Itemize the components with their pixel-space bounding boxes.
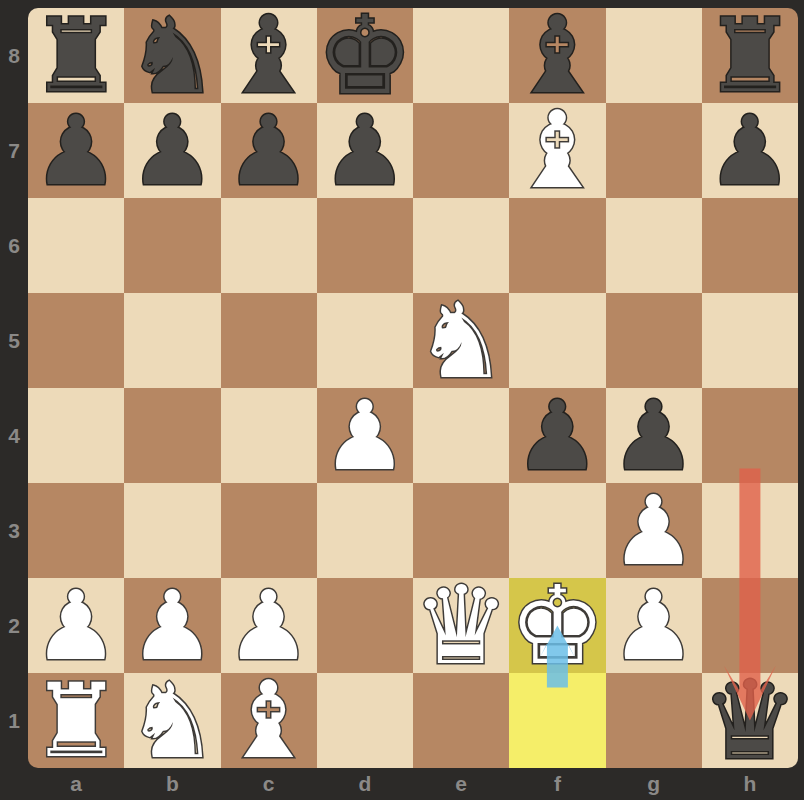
square-c6[interactable] xyxy=(221,198,317,293)
rank-label-2: 2 xyxy=(0,578,28,673)
square-b8[interactable]: ♞ xyxy=(124,8,220,103)
square-e8[interactable] xyxy=(413,8,509,103)
rank-label-8: 8 xyxy=(0,8,28,103)
square-g2[interactable]: ♟ xyxy=(606,578,702,673)
file-label-a: a xyxy=(28,768,124,800)
square-b6[interactable] xyxy=(124,198,220,293)
square-c8[interactable]: ♝ xyxy=(221,8,317,103)
file-label-e: e xyxy=(413,768,509,800)
board-wrap: ♜♞♝♚♝♜♟♟♟♟♝♟♞♟♟♟♟♟♟♟♛♚♟♜♞♝♛ xyxy=(28,8,798,768)
square-c1[interactable]: ♝ xyxy=(221,673,317,768)
square-a8[interactable]: ♜ xyxy=(28,8,124,103)
rank-label-4: 4 xyxy=(0,388,28,483)
piece-black-pawn[interactable]: ♟ xyxy=(509,388,605,483)
square-e6[interactable] xyxy=(413,198,509,293)
rank-label-1: 1 xyxy=(0,673,28,768)
piece-white-pawn[interactable]: ♟ xyxy=(317,388,413,483)
square-a3[interactable] xyxy=(28,483,124,578)
piece-black-pawn[interactable]: ♟ xyxy=(606,388,702,483)
square-g8[interactable] xyxy=(606,8,702,103)
square-g7[interactable] xyxy=(606,103,702,198)
square-d2[interactable] xyxy=(317,578,413,673)
chess-app-background: { "game": "chess", "position": { "fen": … xyxy=(0,0,804,800)
square-f5[interactable] xyxy=(509,293,605,388)
rank-labels: 87654321 xyxy=(0,8,28,768)
square-h1[interactable]: ♛ xyxy=(702,673,798,768)
rank-label-6: 6 xyxy=(0,198,28,293)
square-c3[interactable] xyxy=(221,483,317,578)
piece-white-queen[interactable]: ♛ xyxy=(413,578,509,673)
square-b4[interactable] xyxy=(124,388,220,483)
square-h4[interactable] xyxy=(702,388,798,483)
rank-label-5: 5 xyxy=(0,293,28,388)
piece-white-knight[interactable]: ♞ xyxy=(124,673,220,768)
square-g6[interactable] xyxy=(606,198,702,293)
piece-black-pawn[interactable]: ♟ xyxy=(702,103,798,198)
square-a5[interactable] xyxy=(28,293,124,388)
file-label-h: h xyxy=(702,768,798,800)
square-a6[interactable] xyxy=(28,198,124,293)
piece-white-pawn[interactable]: ♟ xyxy=(606,578,702,673)
piece-black-rook[interactable]: ♜ xyxy=(702,8,798,103)
piece-black-knight[interactable]: ♞ xyxy=(124,8,220,103)
square-g1[interactable] xyxy=(606,673,702,768)
square-b1[interactable]: ♞ xyxy=(124,673,220,768)
square-e4[interactable] xyxy=(413,388,509,483)
square-a4[interactable] xyxy=(28,388,124,483)
square-g4[interactable]: ♟ xyxy=(606,388,702,483)
square-b3[interactable] xyxy=(124,483,220,578)
square-a7[interactable]: ♟ xyxy=(28,103,124,198)
square-b5[interactable] xyxy=(124,293,220,388)
file-label-d: d xyxy=(317,768,413,800)
square-h7[interactable]: ♟ xyxy=(702,103,798,198)
square-g5[interactable] xyxy=(606,293,702,388)
piece-black-pawn[interactable]: ♟ xyxy=(317,103,413,198)
square-f6[interactable] xyxy=(509,198,605,293)
square-d8[interactable]: ♚ xyxy=(317,8,413,103)
piece-black-rook[interactable]: ♜ xyxy=(28,8,124,103)
piece-black-pawn[interactable]: ♟ xyxy=(221,103,317,198)
square-d4[interactable]: ♟ xyxy=(317,388,413,483)
square-c7[interactable]: ♟ xyxy=(221,103,317,198)
file-labels: abcdefgh xyxy=(28,768,798,800)
piece-white-pawn[interactable]: ♟ xyxy=(124,578,220,673)
square-b2[interactable]: ♟ xyxy=(124,578,220,673)
square-h3[interactable] xyxy=(702,483,798,578)
piece-white-bishop[interactable]: ♝ xyxy=(221,673,317,768)
square-g3[interactable]: ♟ xyxy=(606,483,702,578)
square-c5[interactable] xyxy=(221,293,317,388)
square-d5[interactable] xyxy=(317,293,413,388)
square-a1[interactable]: ♜ xyxy=(28,673,124,768)
square-f2[interactable]: ♚ xyxy=(509,578,605,673)
square-f7[interactable]: ♝ xyxy=(509,103,605,198)
file-label-b: b xyxy=(124,768,220,800)
piece-white-rook[interactable]: ♜ xyxy=(28,673,124,768)
square-b7[interactable]: ♟ xyxy=(124,103,220,198)
square-e5[interactable]: ♞ xyxy=(413,293,509,388)
square-d7[interactable]: ♟ xyxy=(317,103,413,198)
square-d6[interactable] xyxy=(317,198,413,293)
square-h6[interactable] xyxy=(702,198,798,293)
square-h5[interactable] xyxy=(702,293,798,388)
piece-white-king[interactable]: ♚ xyxy=(509,578,605,673)
square-a2[interactable]: ♟ xyxy=(28,578,124,673)
square-d3[interactable] xyxy=(317,483,413,578)
piece-black-queen[interactable]: ♛ xyxy=(702,673,798,768)
piece-white-pawn[interactable]: ♟ xyxy=(606,483,702,578)
piece-black-king[interactable]: ♚ xyxy=(317,8,413,103)
file-label-f: f xyxy=(509,768,605,800)
piece-white-pawn[interactable]: ♟ xyxy=(28,578,124,673)
square-e2[interactable]: ♛ xyxy=(413,578,509,673)
square-e7[interactable] xyxy=(413,103,509,198)
piece-white-knight[interactable]: ♞ xyxy=(413,293,509,388)
piece-black-bishop[interactable]: ♝ xyxy=(221,8,317,103)
piece-black-pawn[interactable]: ♟ xyxy=(28,103,124,198)
piece-black-pawn[interactable]: ♟ xyxy=(124,103,220,198)
chess-board[interactable]: ♜♞♝♚♝♜♟♟♟♟♝♟♞♟♟♟♟♟♟♟♛♚♟♜♞♝♛ xyxy=(28,8,798,768)
square-c4[interactable] xyxy=(221,388,317,483)
square-h8[interactable]: ♜ xyxy=(702,8,798,103)
square-f4[interactable]: ♟ xyxy=(509,388,605,483)
square-d1[interactable] xyxy=(317,673,413,768)
rank-label-7: 7 xyxy=(0,103,28,198)
file-label-g: g xyxy=(606,768,702,800)
rank-label-3: 3 xyxy=(0,483,28,578)
piece-white-bishop[interactable]: ♝ xyxy=(509,103,605,198)
file-label-c: c xyxy=(221,768,317,800)
